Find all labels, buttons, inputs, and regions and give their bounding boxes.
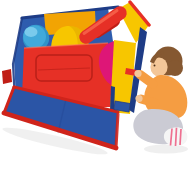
toddler-hand-lower: [135, 95, 142, 102]
red-side-tab: [2, 69, 12, 84]
ramp-right-piping: [116, 114, 118, 148]
child-shadow: [144, 145, 188, 154]
scene-illustration: [0, 0, 192, 170]
toddler-hand-upper: [134, 70, 141, 77]
toddler-eye: [154, 65, 156, 67]
blue-cylinder-highlight: [25, 27, 38, 37]
toddler-lower-arm: [141, 99, 155, 103]
toddler-hair-back: [167, 60, 183, 76]
product-photo: [0, 0, 192, 170]
